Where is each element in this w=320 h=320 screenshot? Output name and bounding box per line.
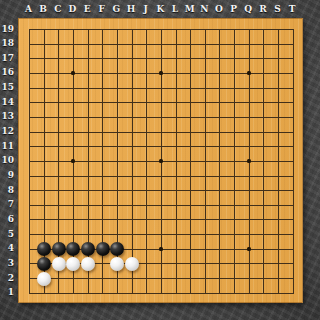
grid-line-horizontal bbox=[29, 190, 294, 191]
grid-line-horizontal bbox=[29, 176, 294, 177]
white-stone-C3 bbox=[52, 257, 66, 271]
white-stone-B2 bbox=[37, 272, 51, 286]
row-label-17: 17 bbox=[1, 52, 14, 64]
row-label-10: 10 bbox=[1, 154, 14, 166]
row-label-3: 3 bbox=[1, 257, 14, 269]
row-label-7: 7 bbox=[1, 198, 14, 210]
black-stone-D4 bbox=[66, 242, 80, 256]
grid-line-horizontal bbox=[29, 205, 294, 206]
grid-line-vertical bbox=[278, 29, 279, 294]
row-label-12: 12 bbox=[1, 125, 14, 137]
column-label-O: O bbox=[212, 3, 226, 16]
black-stone-B3 bbox=[37, 257, 51, 271]
row-label-8: 8 bbox=[1, 184, 14, 196]
grid-line-horizontal bbox=[29, 293, 294, 294]
column-label-L: L bbox=[168, 3, 182, 16]
row-label-19: 19 bbox=[1, 23, 14, 35]
star-point-K4 bbox=[159, 247, 163, 251]
star-point-D16 bbox=[71, 71, 75, 75]
white-stone-E3 bbox=[81, 257, 95, 271]
column-label-B: B bbox=[36, 3, 50, 16]
column-label-G: G bbox=[109, 3, 123, 16]
white-stone-H3 bbox=[125, 257, 139, 271]
star-point-Q4 bbox=[247, 247, 251, 251]
column-label-D: D bbox=[65, 3, 79, 16]
column-label-F: F bbox=[95, 3, 109, 16]
column-label-Q: Q bbox=[241, 3, 255, 16]
row-label-15: 15 bbox=[1, 81, 14, 93]
column-label-M: M bbox=[183, 3, 197, 16]
column-label-P: P bbox=[227, 3, 241, 16]
grid-line-horizontal bbox=[29, 219, 294, 220]
column-label-J: J bbox=[139, 3, 153, 16]
go-board[interactable] bbox=[18, 18, 303, 303]
black-stone-G4 bbox=[110, 242, 124, 256]
black-stone-C4 bbox=[52, 242, 66, 256]
star-point-D10 bbox=[71, 159, 75, 163]
grid-line-vertical bbox=[234, 29, 235, 294]
grid-line-vertical bbox=[205, 29, 206, 294]
black-stone-E4 bbox=[81, 242, 95, 256]
grid-line-vertical bbox=[190, 29, 191, 294]
column-label-T: T bbox=[285, 3, 299, 16]
column-label-K: K bbox=[153, 3, 167, 16]
row-label-9: 9 bbox=[1, 169, 14, 181]
grid-line-vertical bbox=[219, 29, 220, 294]
black-stone-F4 bbox=[96, 242, 110, 256]
column-label-C: C bbox=[51, 3, 65, 16]
row-label-6: 6 bbox=[1, 213, 14, 225]
star-point-Q10 bbox=[247, 159, 251, 163]
row-label-16: 16 bbox=[1, 66, 14, 78]
row-label-5: 5 bbox=[1, 228, 14, 240]
column-label-H: H bbox=[124, 3, 138, 16]
grid-line-vertical bbox=[263, 29, 264, 294]
black-stone-B4 bbox=[37, 242, 51, 256]
row-label-14: 14 bbox=[1, 96, 14, 108]
grid-line-vertical bbox=[293, 29, 294, 294]
grid-line-vertical bbox=[176, 29, 177, 294]
grid-line-horizontal bbox=[29, 278, 294, 279]
star-point-K10 bbox=[159, 159, 163, 163]
star-point-K16 bbox=[159, 71, 163, 75]
row-label-4: 4 bbox=[1, 242, 14, 254]
white-stone-D3 bbox=[66, 257, 80, 271]
row-label-11: 11 bbox=[1, 140, 14, 152]
row-label-1: 1 bbox=[1, 286, 14, 298]
grid-line-horizontal bbox=[29, 234, 294, 235]
row-label-13: 13 bbox=[1, 110, 14, 122]
column-label-A: A bbox=[22, 3, 36, 16]
column-label-N: N bbox=[197, 3, 211, 16]
white-stone-G3 bbox=[110, 257, 124, 271]
go-app-window: ABCDEFGHJKLMNOPQRST191817161514131211109… bbox=[0, 0, 320, 320]
row-label-18: 18 bbox=[1, 37, 14, 49]
star-point-Q16 bbox=[247, 71, 251, 75]
column-label-S: S bbox=[271, 3, 285, 16]
column-label-R: R bbox=[256, 3, 270, 16]
row-label-2: 2 bbox=[1, 272, 14, 284]
column-label-E: E bbox=[80, 3, 94, 16]
